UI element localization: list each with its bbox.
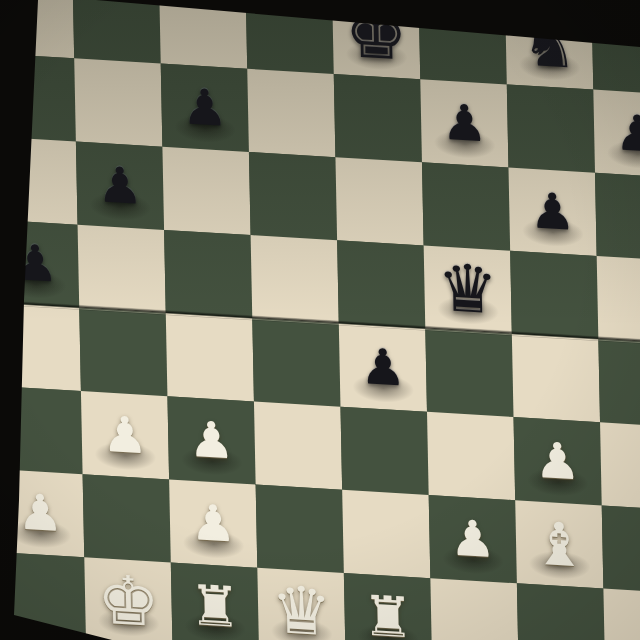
square-e7[interactable] <box>334 74 422 162</box>
square-d4[interactable] <box>252 318 340 406</box>
white-pawn-glyph: ♟ <box>188 414 235 466</box>
white-pawn-glyph: ♟ <box>190 497 237 549</box>
square-b4[interactable] <box>79 308 167 396</box>
square-f8[interactable] <box>419 0 507 84</box>
piece-white-king-b1[interactable]: ♚ <box>84 557 172 640</box>
piece-white-pawn-g3[interactable]: ♟ <box>514 417 602 505</box>
white-bishop-glyph: ♝ <box>531 513 588 576</box>
square-a6[interactable] <box>0 136 78 224</box>
piece-black-pawn-f7[interactable]: ♟ <box>420 79 508 167</box>
square-d3[interactable] <box>254 401 342 489</box>
square-h5[interactable] <box>597 256 640 344</box>
black-pawn-glyph: ♟ <box>441 97 488 149</box>
chess-board: ♚♞♟♟♟♟♟♟♛♟♟♟♟♟♟♟♝♚♜♛♜ <box>0 0 640 640</box>
white-rook-glyph: ♜ <box>362 588 415 640</box>
white-queen-glyph: ♛ <box>270 577 332 640</box>
black-queen-glyph: ♛ <box>437 255 499 324</box>
white-pawn-glyph: ♟ <box>17 487 64 539</box>
black-pawn-glyph: ♟ <box>359 342 406 394</box>
white-pawn-glyph: ♟ <box>534 435 581 487</box>
piece-white-pawn-a2[interactable]: ♟ <box>0 469 84 557</box>
piece-black-pawn-c7[interactable]: ♟ <box>161 64 249 152</box>
piece-white-queen-d1[interactable]: ♛ <box>257 568 345 640</box>
piece-white-pawn-c3[interactable]: ♟ <box>167 396 255 484</box>
square-c8[interactable] <box>159 0 247 69</box>
white-king-glyph: ♚ <box>96 566 160 637</box>
square-d7[interactable] <box>247 69 335 157</box>
square-e6[interactable] <box>335 157 423 245</box>
square-h1[interactable] <box>603 589 640 640</box>
square-b8[interactable] <box>73 0 161 64</box>
square-f4[interactable] <box>425 329 513 417</box>
piece-black-queen-f5[interactable]: ♛ <box>424 246 512 334</box>
piece-white-rook-c1[interactable]: ♜ <box>171 563 259 640</box>
black-pawn-glyph: ♟ <box>181 82 228 134</box>
black-knight-glyph: ♞ <box>521 14 578 77</box>
piece-white-pawn-f2[interactable]: ♟ <box>429 495 517 583</box>
square-h2[interactable] <box>602 505 640 593</box>
black-pawn-glyph: ♟ <box>12 238 59 290</box>
black-pawn-glyph: ♟ <box>96 160 143 212</box>
square-e3[interactable] <box>340 407 428 495</box>
piece-black-king-e8[interactable]: ♚ <box>332 0 420 79</box>
piece-black-knight-g8[interactable]: ♞ <box>505 1 593 89</box>
square-g5[interactable] <box>510 251 598 339</box>
square-c6[interactable] <box>162 147 250 235</box>
piece-white-pawn-b3[interactable]: ♟ <box>81 391 169 479</box>
piece-white-bishop-g2[interactable]: ♝ <box>515 500 603 588</box>
square-h6[interactable] <box>595 173 640 261</box>
square-f1[interactable] <box>430 578 518 640</box>
piece-black-pawn-g6[interactable]: ♟ <box>508 168 596 256</box>
piece-black-pawn-a5[interactable]: ♟ <box>0 219 79 307</box>
piece-black-pawn-b6[interactable]: ♟ <box>76 142 164 230</box>
square-d5[interactable] <box>251 235 339 323</box>
white-pawn-glyph: ♟ <box>449 513 496 565</box>
square-d6[interactable] <box>249 152 337 240</box>
square-h3[interactable] <box>600 422 640 510</box>
square-a7[interactable] <box>0 53 76 141</box>
square-a8[interactable] <box>0 0 74 58</box>
square-a4[interactable] <box>0 303 81 391</box>
square-g7[interactable] <box>507 84 595 172</box>
square-e2[interactable] <box>342 490 430 578</box>
photo-stage: ♚♞♟♟♟♟♟♟♛♟♟♟♟♟♟♟♝♚♜♛♜ <box>0 0 640 640</box>
black-pawn-glyph: ♟ <box>614 108 640 160</box>
square-h4[interactable] <box>598 339 640 427</box>
black-king-glyph: ♚ <box>344 0 408 71</box>
square-e5[interactable] <box>337 240 425 328</box>
piece-black-pawn-e4[interactable]: ♟ <box>339 323 427 411</box>
square-g1[interactable] <box>517 583 605 640</box>
square-b7[interactable] <box>74 58 162 146</box>
square-h8[interactable] <box>592 6 640 94</box>
piece-white-rook-e1[interactable]: ♜ <box>344 573 432 640</box>
square-d8[interactable] <box>246 0 334 74</box>
square-a1[interactable] <box>0 552 86 640</box>
piece-black-pawn-h7[interactable]: ♟ <box>593 90 640 178</box>
square-d2[interactable] <box>256 485 344 573</box>
square-c5[interactable] <box>164 230 252 318</box>
square-b2[interactable] <box>83 474 171 562</box>
white-rook-glyph: ♜ <box>188 577 241 636</box>
black-pawn-glyph: ♟ <box>529 186 576 238</box>
piece-white-pawn-c2[interactable]: ♟ <box>169 479 257 567</box>
white-pawn-glyph: ♟ <box>101 409 148 461</box>
square-b5[interactable] <box>78 225 166 313</box>
square-f6[interactable] <box>422 162 510 250</box>
square-c4[interactable] <box>166 313 254 401</box>
square-a3[interactable] <box>0 386 83 474</box>
square-g4[interactable] <box>512 334 600 422</box>
square-f3[interactable] <box>427 412 515 500</box>
